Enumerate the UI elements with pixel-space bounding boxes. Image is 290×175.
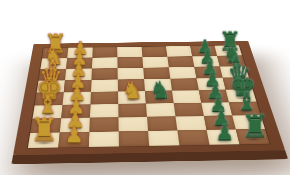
black-knight: ♞ [149,78,170,102]
square-a5 [142,46,168,57]
black-rook: ♜ [240,111,268,142]
white-pawn: ♟ [64,124,83,145]
square-a3 [92,47,117,58]
white-rook: ♜ [29,115,57,146]
black-pawn: ♟ [215,122,234,143]
square-h2: ♟ [58,132,89,148]
square-g3 [89,117,118,132]
square-h1: ♜ [28,132,60,148]
square-h4 [119,131,150,146]
square-h6 [177,130,209,145]
square-b5 [142,57,168,68]
square-b6 [167,56,194,67]
square-e4: ♞ [118,91,146,104]
white-knight: ♞ [121,79,142,103]
square-b3 [92,57,118,68]
square-g6 [175,116,206,131]
square-b4 [117,57,143,68]
square-h7: ♟ [207,129,240,144]
square-d6 [170,78,199,90]
square-c6 [169,67,197,79]
square-h3 [89,131,119,146]
square-g4 [118,117,148,132]
square-e3 [90,91,118,104]
square-f6 [174,103,204,117]
square-c3 [91,68,117,80]
square-h8: ♜ [236,129,270,144]
square-g5 [147,116,177,131]
square-a6 [166,46,192,57]
square-e5: ♞ [145,91,174,104]
square-d3 [91,79,118,91]
square-f3 [90,104,119,118]
board-grid: ♜♟♟♜♞♟♟♞♝♟♟♝♛♟♟♛♚♟♞♞♟♚♝♟♟♝♟♟♜♟♟♜ [28,45,270,148]
square-f5 [146,103,175,117]
chess-set-photo: ♜♟♟♜♞♟♟♞♝♟♟♝♛♟♟♛♚♟♞♞♟♚♝♟♟♝♟♟♜♟♟♜ [0,0,290,175]
square-h5 [148,130,179,145]
chess-board: ♜♟♟♜♞♟♟♞♝♟♟♝♛♟♟♛♚♟♞♞♟♚♝♟♟♝♟♟♜♟♟♜ [13,41,285,155]
board-frame: ♜♟♟♜♞♟♟♞♝♟♟♝♛♟♟♛♚♟♞♞♟♚♝♟♟♝♟♟♜♟♟♜ [13,41,285,155]
square-e6 [172,90,201,103]
square-f4 [118,104,147,118]
square-a4 [117,47,142,58]
